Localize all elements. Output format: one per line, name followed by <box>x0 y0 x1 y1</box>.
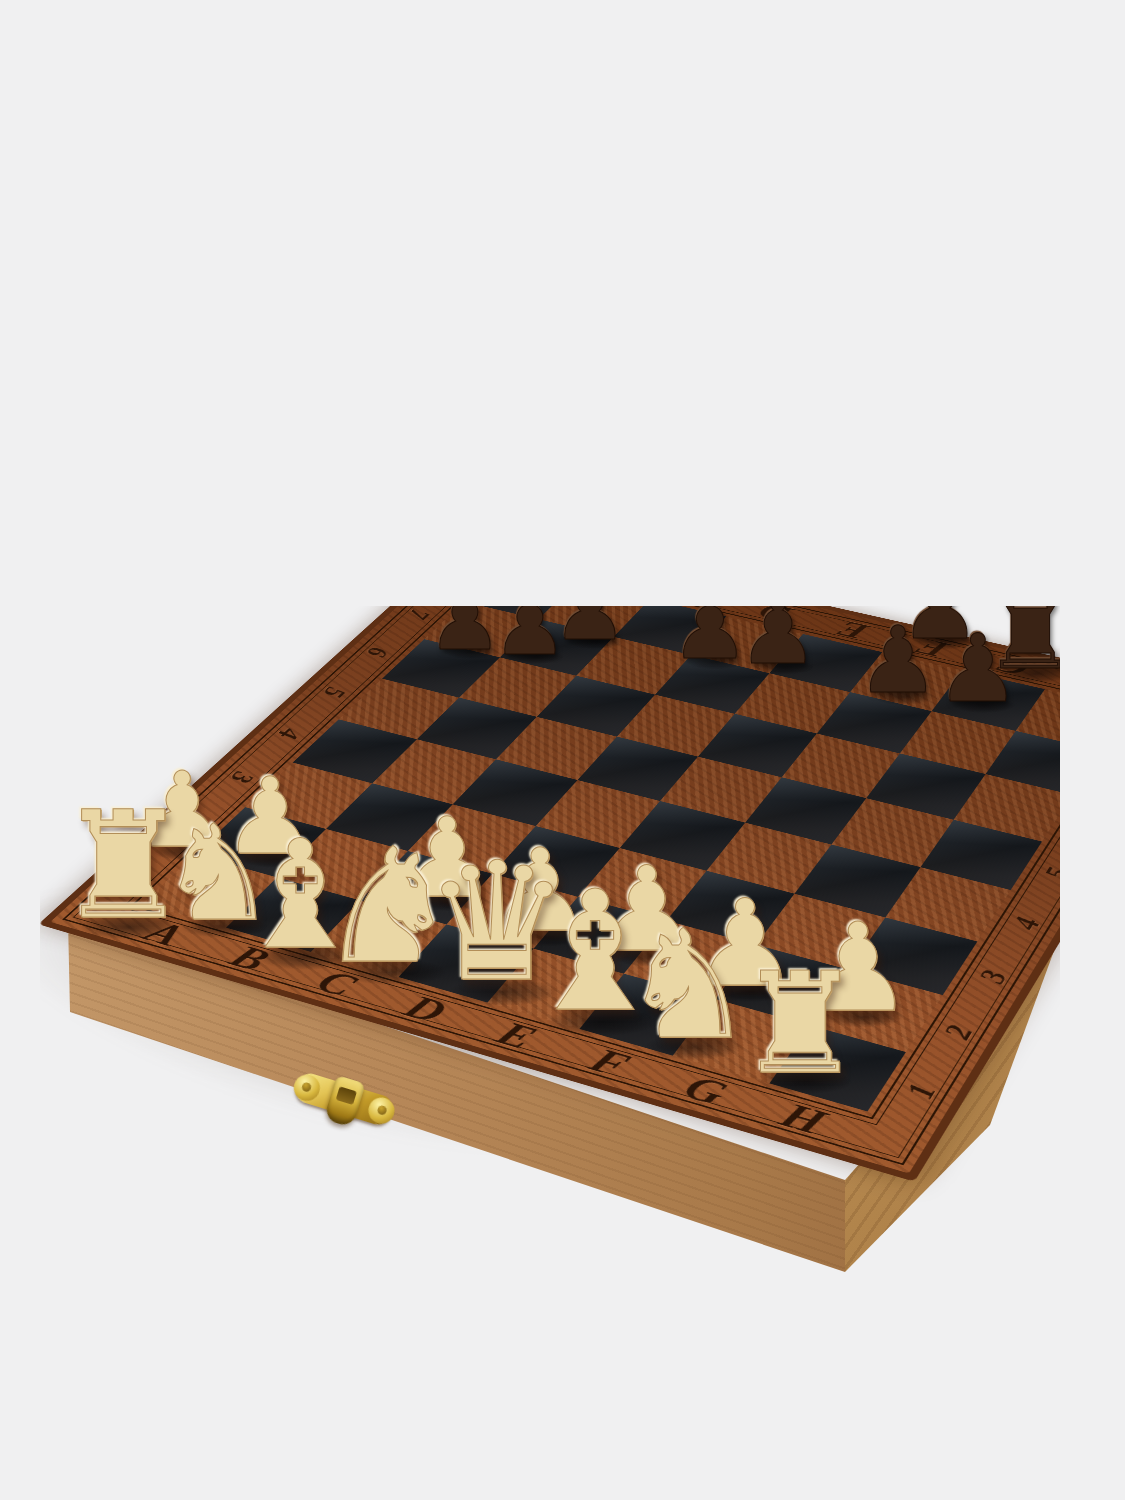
black-pawn-f7: ♟ <box>738 606 819 674</box>
white-rook-h2: ♜ <box>737 960 863 1089</box>
white-knight-g2: ♞ <box>621 916 755 1054</box>
black-pawn-c7: ♟ <box>492 606 567 664</box>
photo-crop: AABBCCDDEEFFGGHH1122334455667788 ♟♟♟♟♟♟♜… <box>40 606 1060 1278</box>
black-pawn-g6: ♟ <box>857 619 939 704</box>
black-pawn-h6: ♟ <box>936 626 1020 712</box>
product-photo: AABBCCDDEEFFGGHH1122334455667788 ♟♟♟♟♟♟♜… <box>0 0 1125 1500</box>
